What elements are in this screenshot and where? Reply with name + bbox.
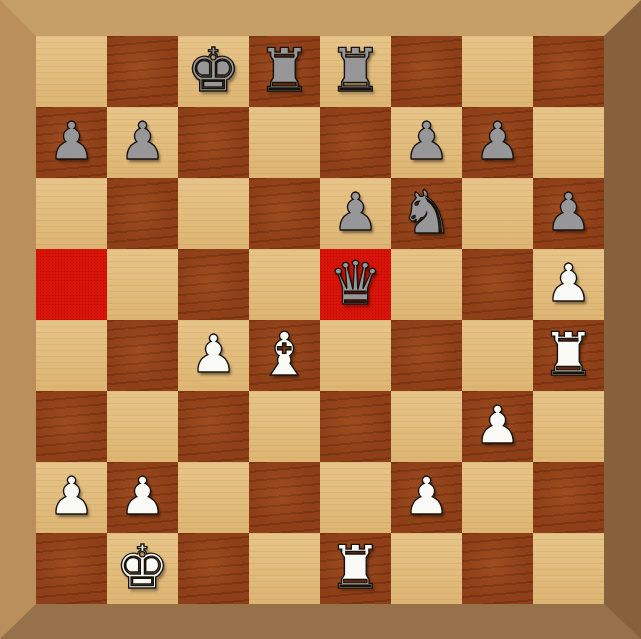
square-a8[interactable] [36, 36, 107, 107]
rank-label-6: 6 [0, 178, 36, 249]
square-h3[interactable] [533, 391, 604, 462]
rank-label-7: 7 [0, 107, 36, 178]
square-b4[interactable] [107, 320, 178, 391]
rank-label-1: 1 [0, 533, 36, 604]
file-label-g: g [462, 604, 533, 639]
square-b3[interactable] [107, 391, 178, 462]
rank-label-3: 3 [0, 391, 36, 462]
square-d1[interactable] [249, 533, 320, 604]
file-label-b: b [107, 604, 178, 639]
square-c1[interactable] [178, 533, 249, 604]
square-a5[interactable] [36, 249, 107, 320]
square-d7[interactable] [249, 107, 320, 178]
square-c8[interactable]: ♚ [178, 36, 249, 107]
file-label-e: e [320, 604, 391, 639]
square-g2[interactable] [462, 462, 533, 533]
square-d8[interactable]: ♜ [249, 36, 320, 107]
square-f7[interactable]: ♟ [391, 107, 462, 178]
square-f6[interactable]: ♞ [391, 178, 462, 249]
file-label-d: d [249, 604, 320, 639]
square-g5[interactable] [462, 249, 533, 320]
piece-black-pawn[interactable]: ♟ [403, 115, 450, 167]
piece-black-rook[interactable]: ♜ [258, 40, 312, 100]
file-label-a: a [36, 604, 107, 639]
piece-white-pawn[interactable]: ♟ [545, 257, 592, 309]
piece-white-rook[interactable]: ♜ [329, 537, 383, 597]
piece-white-pawn[interactable]: ♟ [403, 470, 450, 522]
square-e8[interactable]: ♜ [320, 36, 391, 107]
square-d4[interactable]: ♝ [249, 320, 320, 391]
piece-white-rook[interactable]: ♜ [542, 324, 596, 384]
square-c4[interactable]: ♟ [178, 320, 249, 391]
square-e6[interactable]: ♟ [320, 178, 391, 249]
square-h6[interactable]: ♟ [533, 178, 604, 249]
square-a2[interactable]: ♟ [36, 462, 107, 533]
square-b6[interactable] [107, 178, 178, 249]
square-h2[interactable] [533, 462, 604, 533]
piece-black-pawn[interactable]: ♟ [474, 115, 521, 167]
square-f5[interactable] [391, 249, 462, 320]
square-h1[interactable] [533, 533, 604, 604]
square-b1[interactable]: ♚ [107, 533, 178, 604]
square-c3[interactable] [178, 391, 249, 462]
file-label-c: c [178, 604, 249, 639]
square-b2[interactable]: ♟ [107, 462, 178, 533]
square-g3[interactable]: ♟ [462, 391, 533, 462]
piece-white-pawn[interactable]: ♟ [190, 328, 237, 380]
square-g6[interactable] [462, 178, 533, 249]
piece-black-knight[interactable]: ♞ [400, 182, 454, 242]
square-d6[interactable] [249, 178, 320, 249]
square-h5[interactable]: ♟ [533, 249, 604, 320]
rank-label-8: 8 [0, 36, 36, 107]
square-f4[interactable] [391, 320, 462, 391]
piece-white-pawn[interactable]: ♟ [48, 470, 95, 522]
square-f3[interactable] [391, 391, 462, 462]
square-c5[interactable] [178, 249, 249, 320]
square-e5[interactable]: ♛ [320, 249, 391, 320]
square-h8[interactable] [533, 36, 604, 107]
square-e3[interactable] [320, 391, 391, 462]
square-g1[interactable] [462, 533, 533, 604]
chess-board-frame: ♚♜♜♟♟♟♟♟♞♟♛♟♟♝♜♟♟♟♟♚♜ 87654321abcdefgh [0, 0, 641, 639]
square-e2[interactable] [320, 462, 391, 533]
file-label-f: f [391, 604, 462, 639]
piece-white-king[interactable]: ♚ [116, 537, 170, 597]
square-g4[interactable] [462, 320, 533, 391]
square-f2[interactable]: ♟ [391, 462, 462, 533]
piece-black-pawn[interactable]: ♟ [48, 115, 95, 167]
square-d3[interactable] [249, 391, 320, 462]
square-d5[interactable] [249, 249, 320, 320]
square-b7[interactable]: ♟ [107, 107, 178, 178]
square-a3[interactable] [36, 391, 107, 462]
square-e7[interactable] [320, 107, 391, 178]
rank-label-5: 5 [0, 249, 36, 320]
square-c2[interactable] [178, 462, 249, 533]
piece-black-king[interactable]: ♚ [187, 40, 241, 100]
file-label-h: h [533, 604, 604, 639]
square-a4[interactable] [36, 320, 107, 391]
piece-white-pawn[interactable]: ♟ [474, 399, 521, 451]
square-f1[interactable] [391, 533, 462, 604]
square-g7[interactable]: ♟ [462, 107, 533, 178]
square-c7[interactable] [178, 107, 249, 178]
piece-white-pawn[interactable]: ♟ [119, 470, 166, 522]
rank-label-2: 2 [0, 462, 36, 533]
piece-black-pawn[interactable]: ♟ [119, 115, 166, 167]
rank-label-4: 4 [0, 320, 36, 391]
piece-black-queen[interactable]: ♛ [329, 253, 383, 313]
piece-black-rook[interactable]: ♜ [329, 40, 383, 100]
square-f8[interactable] [391, 36, 462, 107]
chess-board: ♚♜♜♟♟♟♟♟♞♟♛♟♟♝♜♟♟♟♟♚♜ [36, 36, 604, 604]
square-h4[interactable]: ♜ [533, 320, 604, 391]
square-h7[interactable] [533, 107, 604, 178]
square-c6[interactable] [178, 178, 249, 249]
piece-white-bishop[interactable]: ♝ [258, 324, 312, 384]
piece-black-pawn[interactable]: ♟ [332, 186, 379, 238]
square-d2[interactable] [249, 462, 320, 533]
square-b8[interactable] [107, 36, 178, 107]
square-b5[interactable] [107, 249, 178, 320]
square-a7[interactable]: ♟ [36, 107, 107, 178]
square-g8[interactable] [462, 36, 533, 107]
piece-black-pawn[interactable]: ♟ [545, 186, 592, 238]
square-a1[interactable] [36, 533, 107, 604]
square-e1[interactable]: ♜ [320, 533, 391, 604]
square-a6[interactable] [36, 178, 107, 249]
square-e4[interactable] [320, 320, 391, 391]
